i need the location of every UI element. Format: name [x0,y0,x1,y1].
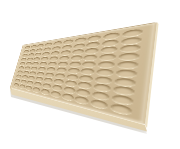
hole-r4-c10[interactable] [118,53,139,61]
hole-r2-c7[interactable] [73,43,86,49]
hole-r2-c9[interactable] [102,39,119,47]
hole-r4-c6[interactable] [59,56,70,61]
hole-r5-c8[interactable] [82,62,97,68]
hole-r3-c9[interactable] [101,46,119,53]
hole-r10-c5[interactable] [41,89,51,96]
hole-r6-c9[interactable] [96,69,114,76]
hole-r4-c1[interactable] [21,58,27,62]
hole-r10-c10[interactable] [110,103,132,116]
hole-r3-c4[interactable] [42,52,50,57]
hole-r4-c7[interactable] [70,55,83,61]
hole-r5-c2[interactable] [25,62,32,66]
hole-r4-c2[interactable] [27,58,34,62]
hole-r10-c8[interactable] [75,96,90,106]
hole-r4-c5[interactable] [49,56,59,61]
hole-r1-c10[interactable] [122,28,143,37]
hole-r10-c3[interactable] [25,85,32,91]
hole-r2-c10[interactable] [121,36,142,45]
hole-r5-c4[interactable] [39,62,47,66]
hole-r10-c1[interactable] [13,83,19,88]
hole-r5-c10[interactable] [117,61,139,69]
hole-r2-c8[interactable] [86,41,101,48]
hole-r5-c9[interactable] [98,61,116,68]
hole-r6-c2[interactable] [24,66,31,70]
hole-r6-c5[interactable] [46,67,56,72]
hole-r3-c3[interactable] [34,53,42,57]
hole-r3-c6[interactable] [60,50,71,56]
hole-r4-c3[interactable] [33,57,41,61]
hole-r4-c4[interactable] [41,57,49,61]
hole-r6-c7[interactable] [67,68,80,74]
hole-r3-c10[interactable] [120,44,141,52]
hole-r6-c6[interactable] [56,67,67,73]
product-photo-stage [0,0,180,149]
hole-r1-c9[interactable] [103,32,120,40]
hole-r6-c4[interactable] [38,67,46,72]
hole-r5-c5[interactable] [48,62,58,67]
board-grid [13,27,145,117]
hole-r3-c8[interactable] [85,48,100,55]
hole-r10-c4[interactable] [32,87,40,93]
hole-r6-c8[interactable] [81,68,96,75]
hole-r10-c6[interactable] [50,91,61,99]
hole-r5-c7[interactable] [69,62,82,68]
hole-r4-c8[interactable] [83,55,98,61]
hole-r6-c3[interactable] [31,67,39,71]
hole-r5-c6[interactable] [57,62,68,67]
hole-r3-c7[interactable] [71,49,84,55]
hole-r1-c8[interactable] [87,35,102,42]
hole-r4-c9[interactable] [99,54,117,61]
hole-r10-c7[interactable] [61,93,74,102]
hole-r2-c6[interactable] [61,45,72,51]
hole-r5-c3[interactable] [32,62,40,66]
hole-r10-c9[interactable] [91,99,109,110]
hole-r5-c1[interactable] [19,62,25,66]
hole-r6-c10[interactable] [116,69,138,77]
hole-r3-c5[interactable] [50,51,60,56]
